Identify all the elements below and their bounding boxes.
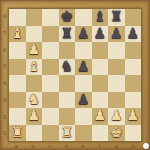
white-pawn-b2[interactable]: ♟ <box>26 107 43 124</box>
black-bishop-f8[interactable]: ♝ <box>92 8 109 25</box>
rank-label-4: 4 <box>2 81 7 86</box>
square-c8[interactable] <box>42 9 59 26</box>
square-b1[interactable] <box>26 125 43 142</box>
square-e6[interactable] <box>75 42 92 59</box>
white-pawn-g2[interactable]: ♟ <box>108 107 125 124</box>
square-b6[interactable]: ♟ <box>26 42 43 59</box>
file-label-e: e <box>79 143 87 149</box>
white-to-move-indicator <box>143 143 149 149</box>
square-b7[interactable] <box>26 26 43 43</box>
square-c6[interactable] <box>42 42 59 59</box>
black-rook-d7[interactable]: ♜ <box>59 24 76 41</box>
white-rook-a1[interactable]: ♜ <box>9 123 26 140</box>
white-pawn-b6[interactable]: ♟ <box>26 41 43 58</box>
white-bishop-a7[interactable]: ♝ <box>9 24 26 41</box>
square-f8[interactable]: ♝ <box>92 9 109 26</box>
square-a6[interactable] <box>9 42 26 59</box>
square-c4[interactable] <box>42 75 59 92</box>
square-b4[interactable] <box>26 75 43 92</box>
square-c2[interactable] <box>42 108 59 125</box>
square-h7[interactable]: ♟ <box>125 26 142 43</box>
square-g8[interactable]: ♜ <box>108 9 125 26</box>
square-h2[interactable]: ♟ <box>125 108 142 125</box>
file-label-d: d <box>62 143 70 149</box>
white-pawn-h2[interactable]: ♟ <box>125 107 142 124</box>
square-f5[interactable] <box>92 59 109 76</box>
black-pawn-e3[interactable]: ♟ <box>75 90 92 107</box>
square-d2[interactable] <box>59 108 76 125</box>
square-e2[interactable] <box>75 108 92 125</box>
chess-app: ♚♝♜♝♜♟♟♟♟♟♝♞♟♞♟♟♟♟♟♜♜♚ 87654321 abcdefgh <box>0 0 150 150</box>
square-g3[interactable] <box>108 92 125 109</box>
square-e3[interactable]: ♟ <box>75 92 92 109</box>
square-e8[interactable] <box>75 9 92 26</box>
square-a7[interactable]: ♝ <box>9 26 26 43</box>
square-h5[interactable] <box>125 59 142 76</box>
white-bishop-b5[interactable]: ♝ <box>26 57 43 74</box>
black-pawn-e5[interactable]: ♟ <box>75 57 92 74</box>
square-b5[interactable]: ♝ <box>26 59 43 76</box>
white-king-g1[interactable]: ♚ <box>108 123 125 140</box>
square-f3[interactable] <box>92 92 109 109</box>
square-e1[interactable] <box>75 125 92 142</box>
file-label-a: a <box>12 143 20 149</box>
square-g5[interactable] <box>108 59 125 76</box>
chess-board: ♚♝♜♝♜♟♟♟♟♟♝♞♟♞♟♟♟♟♟♜♜♚ <box>8 8 142 142</box>
rank-label-6: 6 <box>2 48 7 53</box>
file-label-h: h <box>129 143 137 149</box>
square-g6[interactable] <box>108 42 125 59</box>
black-knight-d5[interactable]: ♞ <box>59 57 76 74</box>
black-pawn-h7[interactable]: ♟ <box>125 24 142 41</box>
square-h3[interactable] <box>125 92 142 109</box>
file-label-c: c <box>46 143 54 149</box>
square-d7[interactable]: ♜ <box>59 26 76 43</box>
square-f4[interactable] <box>92 75 109 92</box>
square-f1[interactable] <box>92 125 109 142</box>
square-c5[interactable] <box>42 59 59 76</box>
square-b3[interactable]: ♞ <box>26 92 43 109</box>
square-f2[interactable]: ♟ <box>92 108 109 125</box>
square-h1[interactable] <box>125 125 142 142</box>
square-e4[interactable] <box>75 75 92 92</box>
square-e5[interactable]: ♟ <box>75 59 92 76</box>
square-d1[interactable]: ♜ <box>59 125 76 142</box>
square-h4[interactable] <box>125 75 142 92</box>
square-g1[interactable]: ♚ <box>108 125 125 142</box>
square-a8[interactable] <box>9 9 26 26</box>
black-rook-g8[interactable]: ♜ <box>108 8 125 25</box>
square-a4[interactable] <box>9 75 26 92</box>
square-h6[interactable] <box>125 42 142 59</box>
rank-label-7: 7 <box>2 31 7 36</box>
rank-label-1: 1 <box>2 131 7 136</box>
square-d5[interactable]: ♞ <box>59 59 76 76</box>
file-label-f: f <box>96 143 104 149</box>
white-knight-b3[interactable]: ♞ <box>26 90 43 107</box>
square-c3[interactable] <box>42 92 59 109</box>
white-rook-d1[interactable]: ♜ <box>59 123 76 140</box>
black-king-d8[interactable]: ♚ <box>59 8 76 25</box>
square-f6[interactable] <box>92 42 109 59</box>
rank-label-8: 8 <box>2 14 7 19</box>
black-pawn-f7[interactable]: ♟ <box>92 24 109 41</box>
square-c1[interactable] <box>42 125 59 142</box>
square-d3[interactable] <box>59 92 76 109</box>
square-d4[interactable] <box>59 75 76 92</box>
square-a5[interactable] <box>9 59 26 76</box>
rank-label-3: 3 <box>2 98 7 103</box>
square-g7[interactable]: ♟ <box>108 26 125 43</box>
rank-label-5: 5 <box>2 64 7 69</box>
square-g2[interactable]: ♟ <box>108 108 125 125</box>
square-d6[interactable] <box>59 42 76 59</box>
square-a3[interactable] <box>9 92 26 109</box>
square-b8[interactable] <box>26 9 43 26</box>
white-pawn-f2[interactable]: ♟ <box>92 107 109 124</box>
black-pawn-e7[interactable]: ♟ <box>75 24 92 41</box>
file-label-g: g <box>113 143 121 149</box>
square-b2[interactable]: ♟ <box>26 108 43 125</box>
square-g4[interactable] <box>108 75 125 92</box>
file-label-b: b <box>29 143 37 149</box>
square-a1[interactable]: ♜ <box>9 125 26 142</box>
square-e7[interactable]: ♟ <box>75 26 92 43</box>
black-pawn-g7[interactable]: ♟ <box>108 24 125 41</box>
rank-label-2: 2 <box>2 115 7 120</box>
square-d8[interactable]: ♚ <box>59 9 76 26</box>
square-f7[interactable]: ♟ <box>92 26 109 43</box>
square-h8[interactable] <box>125 9 142 26</box>
square-a2[interactable] <box>9 108 26 125</box>
square-c7[interactable] <box>42 26 59 43</box>
